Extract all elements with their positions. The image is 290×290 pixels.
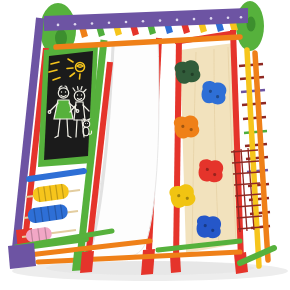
slide-left-foot xyxy=(80,251,94,273)
ladder-rung xyxy=(243,117,266,119)
ladder-rung xyxy=(244,131,267,133)
play-structure-illustration xyxy=(0,0,290,290)
ladder-rung xyxy=(245,144,267,146)
abacus-top-bar xyxy=(29,171,84,179)
climbing-hold xyxy=(195,215,222,240)
right-ladder xyxy=(239,50,270,266)
abacus-bead-row-yellow xyxy=(32,183,70,203)
slide-right-foot xyxy=(141,249,155,275)
climbing-hold xyxy=(173,115,200,139)
chalkboard xyxy=(38,45,98,167)
ladder-rung xyxy=(242,103,266,105)
abacus-bead-row-blue xyxy=(27,204,69,224)
product-photo xyxy=(0,0,290,290)
purple-foot xyxy=(8,243,36,269)
ladder-rung xyxy=(239,64,263,66)
ladder-rung xyxy=(240,77,264,79)
base-beam-front-orange xyxy=(38,252,240,262)
ladder-rung xyxy=(241,90,265,92)
